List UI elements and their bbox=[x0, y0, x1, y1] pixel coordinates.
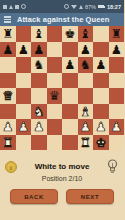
square-a1[interactable]: ♜ bbox=[0, 135, 16, 151]
square-b8[interactable] bbox=[16, 26, 32, 42]
square-f1[interactable]: ♜ bbox=[78, 135, 94, 151]
piece-white-rook: ♜ bbox=[80, 135, 91, 151]
next-button[interactable]: NEXT bbox=[66, 189, 114, 204]
square-c7[interactable]: ♟ bbox=[31, 42, 47, 58]
square-b3[interactable] bbox=[16, 104, 32, 120]
piece-white-pawn: ♟ bbox=[80, 119, 91, 135]
square-e2[interactable] bbox=[62, 119, 78, 135]
square-c4[interactable] bbox=[31, 88, 47, 104]
position-counter: Position 2/10 bbox=[0, 175, 124, 182]
square-b7[interactable]: ♟ bbox=[16, 42, 32, 58]
status-bar: 87% 18:27 bbox=[0, 0, 124, 13]
piece-black-queen: ♛ bbox=[49, 88, 60, 104]
square-a5[interactable] bbox=[0, 73, 16, 89]
square-f7[interactable]: ♟ bbox=[78, 42, 94, 58]
square-a6[interactable] bbox=[0, 57, 16, 73]
square-c6[interactable]: ♞ bbox=[31, 57, 47, 73]
square-f5[interactable] bbox=[78, 73, 94, 89]
square-a2[interactable]: ♟ bbox=[0, 119, 16, 135]
piece-white-pawn: ♟ bbox=[2, 119, 13, 135]
piece-black-pawn: ♟ bbox=[33, 42, 44, 58]
square-g7[interactable] bbox=[93, 42, 109, 58]
piece-black-pawn: ♟ bbox=[95, 57, 106, 73]
square-c5[interactable] bbox=[31, 73, 47, 89]
hamburger-menu-icon[interactable] bbox=[4, 15, 11, 23]
cell-signal-icon bbox=[79, 5, 83, 9]
piece-white-pawn: ♟ bbox=[111, 119, 122, 135]
piece-black-pawn: ♟ bbox=[18, 42, 29, 58]
piece-black-knight: ♞ bbox=[80, 57, 91, 73]
notification-icon bbox=[3, 5, 7, 9]
square-b1[interactable] bbox=[16, 135, 32, 151]
piece-black-bishop: ♝ bbox=[33, 26, 44, 42]
square-d7[interactable] bbox=[47, 42, 63, 58]
square-c3[interactable]: ♞ bbox=[31, 104, 47, 120]
piece-white-bishop: ♝ bbox=[80, 104, 91, 120]
notification-icons bbox=[3, 4, 26, 9]
square-f2[interactable]: ♟ bbox=[78, 119, 94, 135]
piece-black-rook: ♜ bbox=[111, 26, 122, 42]
info-panel: ♛ White to move Position 2/10 BACK NEXT bbox=[0, 150, 124, 220]
square-d3[interactable] bbox=[47, 104, 63, 120]
square-c8[interactable]: ♝ bbox=[31, 26, 47, 42]
square-a8[interactable]: ♜ bbox=[0, 26, 16, 42]
square-g6[interactable]: ♟ bbox=[93, 57, 109, 73]
piece-white-pawn: ♟ bbox=[95, 119, 106, 135]
page-title: Attack against the Queen bbox=[17, 15, 109, 24]
square-g5[interactable] bbox=[93, 73, 109, 89]
square-h7[interactable]: ♟ bbox=[109, 42, 125, 58]
alarm-icon bbox=[64, 4, 69, 9]
square-d8[interactable] bbox=[47, 26, 63, 42]
square-h5[interactable] bbox=[109, 73, 125, 89]
notification-icon bbox=[15, 5, 19, 9]
piece-black-bishop: ♝ bbox=[80, 26, 91, 42]
square-c1[interactable] bbox=[31, 135, 47, 151]
battery-percent: 87% bbox=[85, 4, 96, 10]
square-d4[interactable]: ♛ bbox=[47, 88, 63, 104]
battery-icon bbox=[98, 5, 104, 9]
square-e1[interactable] bbox=[62, 135, 78, 151]
square-b2[interactable]: ♟ bbox=[16, 119, 32, 135]
square-h3[interactable] bbox=[109, 104, 125, 120]
square-b6[interactable] bbox=[16, 57, 32, 73]
square-d6[interactable] bbox=[47, 57, 63, 73]
piece-black-knight: ♞ bbox=[33, 57, 44, 73]
square-g4[interactable] bbox=[93, 88, 109, 104]
square-d5[interactable] bbox=[47, 73, 63, 89]
piece-white-pawn: ♟ bbox=[33, 119, 44, 135]
turn-indicator: White to move bbox=[0, 162, 124, 171]
piece-white-pawn: ♟ bbox=[18, 119, 29, 135]
title-bar: Attack against the Queen bbox=[0, 13, 124, 26]
square-e7[interactable] bbox=[62, 42, 78, 58]
square-e4[interactable] bbox=[62, 88, 78, 104]
square-f8[interactable]: ♝ bbox=[78, 26, 94, 42]
piece-black-pawn: ♟ bbox=[80, 42, 91, 58]
piece-black-king: ♚ bbox=[64, 26, 75, 42]
square-e6[interactable]: ♟ bbox=[62, 57, 78, 73]
square-e8[interactable]: ♚ bbox=[62, 26, 78, 42]
piece-white-knight: ♞ bbox=[33, 104, 44, 120]
piece-white-king: ♚ bbox=[95, 135, 106, 151]
square-e3[interactable] bbox=[62, 104, 78, 120]
clock-time: 18:27 bbox=[107, 4, 121, 10]
square-d2[interactable] bbox=[47, 119, 63, 135]
square-f6[interactable]: ♞ bbox=[78, 57, 94, 73]
square-f3[interactable]: ♝ bbox=[78, 104, 94, 120]
square-g1[interactable]: ♚ bbox=[93, 135, 109, 151]
chess-board: ♜♝♚♝♜♟♟♟♟♟♞♟♞♟♛♛♞♝♟♟♟♟♟♟♜♜♚ bbox=[0, 26, 124, 150]
square-g2[interactable]: ♟ bbox=[93, 119, 109, 135]
piece-black-rook: ♜ bbox=[2, 26, 13, 42]
piece-black-pawn: ♟ bbox=[2, 42, 13, 58]
piece-black-pawn: ♟ bbox=[111, 42, 122, 58]
square-g3[interactable] bbox=[93, 104, 109, 120]
square-f4[interactable] bbox=[78, 88, 94, 104]
square-e5[interactable] bbox=[62, 73, 78, 89]
square-c2[interactable]: ♟ bbox=[31, 119, 47, 135]
square-h2[interactable]: ♟ bbox=[109, 119, 125, 135]
square-h4[interactable] bbox=[109, 88, 125, 104]
square-d1[interactable] bbox=[47, 135, 63, 151]
square-b4[interactable] bbox=[16, 88, 32, 104]
square-h8[interactable]: ♜ bbox=[109, 26, 125, 42]
notification-circle-icon bbox=[21, 4, 26, 9]
piece-black-pawn: ♟ bbox=[64, 57, 75, 73]
piece-white-queen: ♛ bbox=[2, 88, 13, 104]
square-a7[interactable]: ♟ bbox=[0, 42, 16, 58]
piece-white-rook: ♜ bbox=[2, 135, 13, 151]
wifi-icon bbox=[71, 5, 77, 9]
square-h6[interactable] bbox=[109, 57, 125, 73]
notification-triangle-icon bbox=[9, 5, 13, 9]
square-a4[interactable]: ♛ bbox=[0, 88, 16, 104]
square-h1[interactable] bbox=[109, 135, 125, 151]
square-g8[interactable] bbox=[93, 26, 109, 42]
square-a3[interactable] bbox=[0, 104, 16, 120]
back-button[interactable]: BACK bbox=[10, 189, 58, 204]
square-b5[interactable] bbox=[16, 73, 32, 89]
